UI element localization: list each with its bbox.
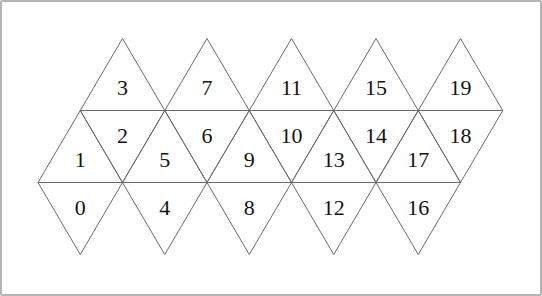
face-11-label: 11 [281,75,302,100]
face-19-label: 19 [450,75,472,100]
face-5-label: 5 [159,147,170,172]
face-10-label: 10 [281,123,303,148]
face-6-label: 6 [202,123,213,148]
face-12-label: 12 [323,195,345,220]
diagram-frame: 371115192610141815913170481216 [0,0,542,296]
face-4-label: 4 [159,195,170,220]
face-18-label: 18 [450,123,472,148]
face-2-label: 2 [117,123,128,148]
face-1-label: 1 [75,147,86,172]
icosahedron-net: 371115192610141815913170481216 [2,2,540,294]
face-8-label: 8 [244,195,255,220]
face-17-label: 17 [407,147,429,172]
face-16-label: 16 [407,195,429,220]
face-9-label: 9 [244,147,255,172]
face-14-label: 14 [365,123,387,148]
face-3-label: 3 [117,75,128,100]
face-13-label: 13 [323,147,345,172]
face-15-label: 15 [365,75,387,100]
face-0-label: 0 [75,195,86,220]
face-7-label: 7 [202,75,213,100]
